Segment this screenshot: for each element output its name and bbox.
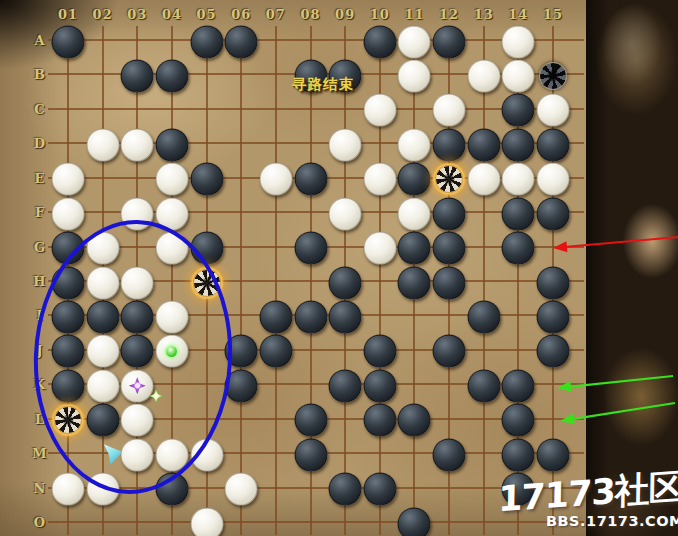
green-sparkle-icon <box>149 389 163 403</box>
status-text: 寻路结束 <box>292 75 354 94</box>
teal-cursor-icon <box>101 444 124 467</box>
watermark: 17173社区 BBS.17173.COM <box>498 470 678 529</box>
game-screen: 010203040506070809101112131415ABCDEFGHIJ… <box>0 0 678 536</box>
